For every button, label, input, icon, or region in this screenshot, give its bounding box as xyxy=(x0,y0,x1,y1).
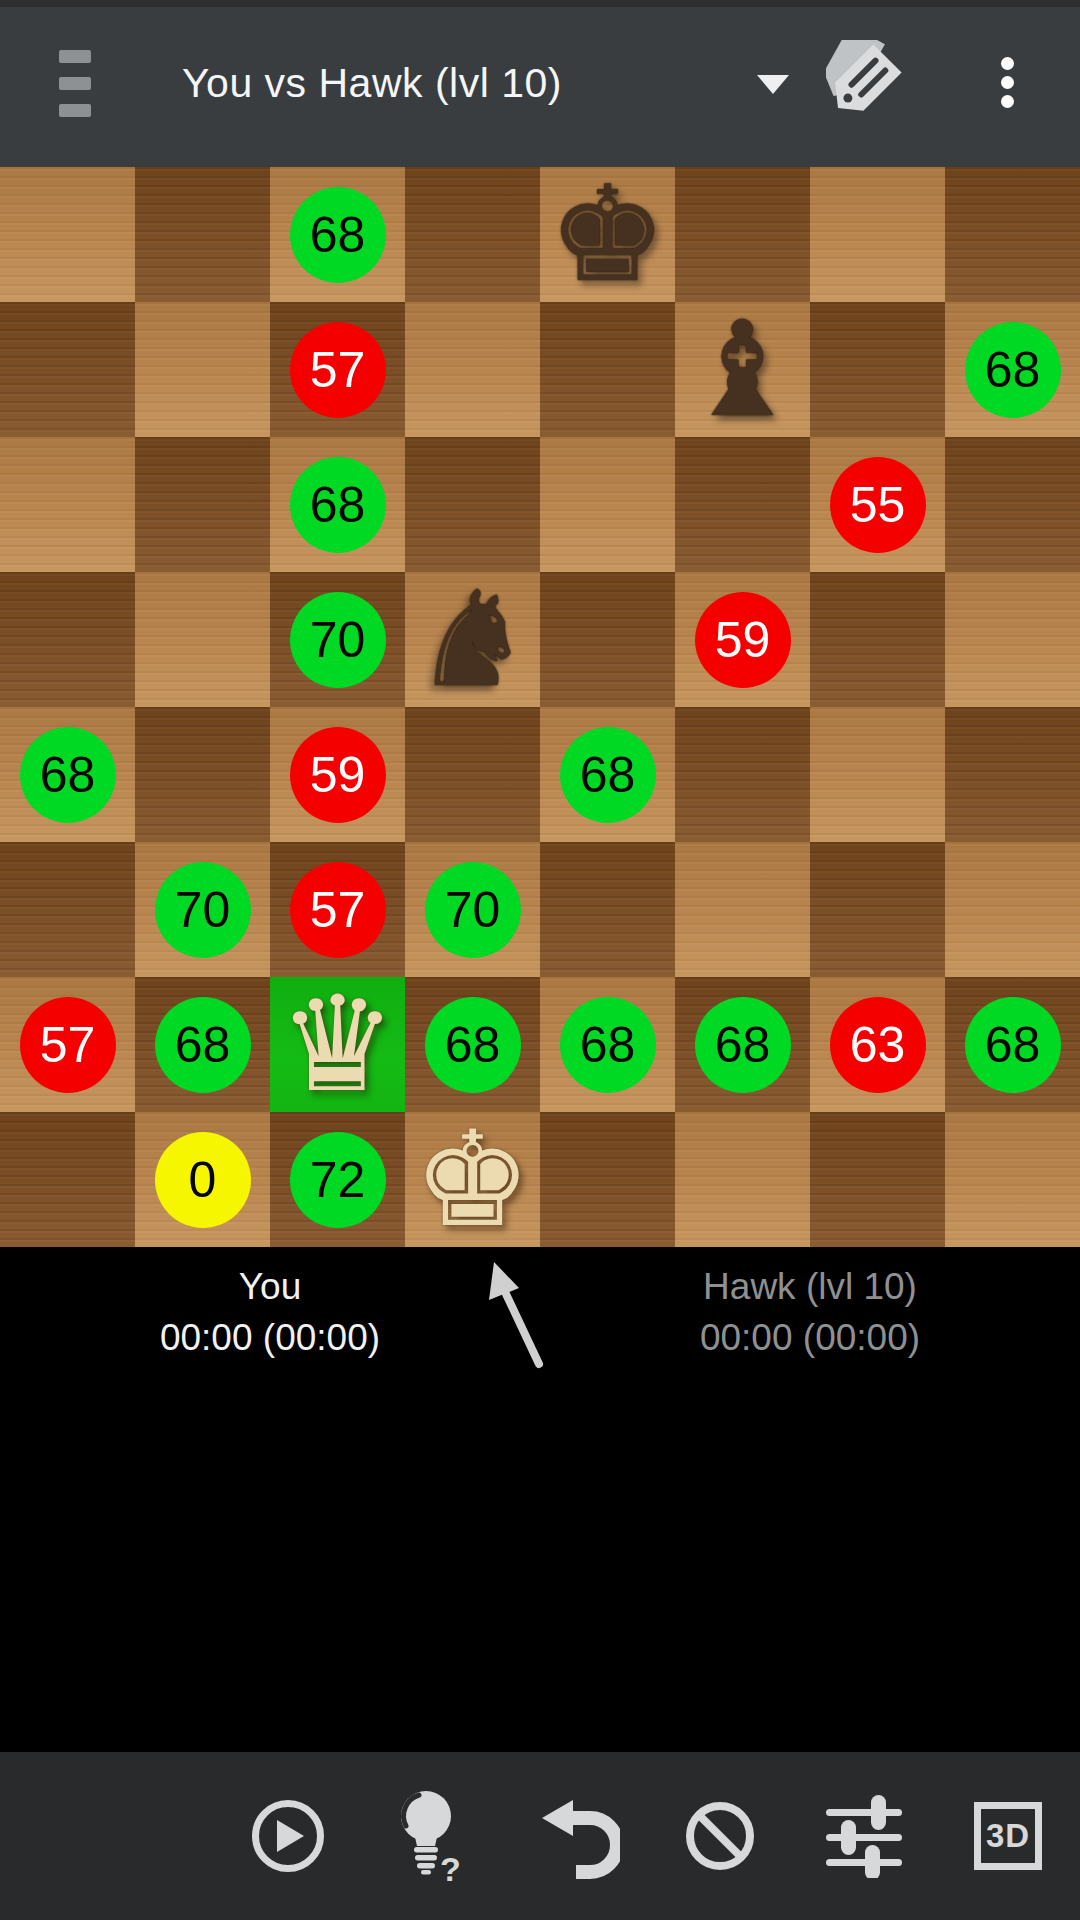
square-d4[interactable] xyxy=(405,707,540,842)
square-c1[interactable]: 72 xyxy=(270,1112,405,1247)
square-b1[interactable]: 0 xyxy=(135,1112,270,1247)
square-g8[interactable] xyxy=(810,167,945,302)
square-a5[interactable] xyxy=(0,572,135,707)
move-hint-f5[interactable]: 59 xyxy=(695,592,791,688)
threed-view-button[interactable]: 3D xyxy=(936,1752,1080,1920)
move-hint-c5[interactable]: 70 xyxy=(290,592,386,688)
move-hint-c8[interactable]: 68 xyxy=(290,187,386,283)
square-h6[interactable] xyxy=(945,437,1080,572)
square-a3[interactable] xyxy=(0,842,135,977)
square-f5[interactable]: 59 xyxy=(675,572,810,707)
move-hint-f2[interactable]: 68 xyxy=(695,997,791,1093)
square-b5[interactable] xyxy=(135,572,270,707)
square-c4[interactable]: 59 xyxy=(270,707,405,842)
square-d7[interactable] xyxy=(405,302,540,437)
square-g5[interactable] xyxy=(810,572,945,707)
move-hint-b2[interactable]: 68 xyxy=(155,997,251,1093)
square-e6[interactable] xyxy=(540,437,675,572)
square-c6[interactable]: 68 xyxy=(270,437,405,572)
square-a2[interactable]: 57 xyxy=(0,977,135,1112)
hint-bulb-icon: ? xyxy=(392,1786,472,1886)
black-player-clock: 00:00 (00:00) xyxy=(540,1312,1080,1363)
app-bar: You vs Hawk (lvl 10) xyxy=(0,0,1080,167)
black-player-name: Hawk (lvl 10) xyxy=(540,1261,1080,1312)
square-f1[interactable] xyxy=(675,1112,810,1247)
turn-arrow-icon xyxy=(448,1252,568,1381)
square-h4[interactable] xyxy=(945,707,1080,842)
piece-bK-e8[interactable]: ♚ xyxy=(540,167,675,302)
move-hint-h7[interactable]: 68 xyxy=(965,322,1061,418)
piece-wQ-c2[interactable]: ♛ xyxy=(270,977,405,1112)
square-h2[interactable]: 68 xyxy=(945,977,1080,1112)
undo-button[interactable] xyxy=(504,1752,648,1920)
square-d8[interactable] xyxy=(405,167,540,302)
hint-button[interactable]: ? xyxy=(360,1752,504,1920)
menu-icon[interactable] xyxy=(59,50,91,131)
square-b6[interactable] xyxy=(135,437,270,572)
play-icon xyxy=(252,1800,324,1872)
game-title[interactable]: You vs Hawk (lvl 10) xyxy=(182,0,562,167)
square-d6[interactable] xyxy=(405,437,540,572)
square-a6[interactable] xyxy=(0,437,135,572)
square-a7[interactable] xyxy=(0,302,135,437)
square-c2[interactable]: ♛ xyxy=(270,977,405,1112)
move-hint-d2[interactable]: 68 xyxy=(425,997,521,1093)
square-f2[interactable]: 68 xyxy=(675,977,810,1112)
square-d1[interactable]: ♚ xyxy=(405,1112,540,1247)
move-hint-h2[interactable]: 68 xyxy=(965,997,1061,1093)
square-a8[interactable] xyxy=(0,167,135,302)
svg-text:?: ? xyxy=(440,1850,461,1886)
move-hint-d3[interactable]: 70 xyxy=(425,862,521,958)
square-c7[interactable]: 57 xyxy=(270,302,405,437)
move-hint-b3[interactable]: 70 xyxy=(155,862,251,958)
move-hint-c6[interactable]: 68 xyxy=(290,457,386,553)
move-hint-g2[interactable]: 63 xyxy=(830,997,926,1093)
square-e5[interactable] xyxy=(540,572,675,707)
undo-icon xyxy=(532,1792,620,1880)
piece-bN-d5[interactable]: ♞ xyxy=(405,572,540,707)
adjust-button[interactable] xyxy=(792,1752,936,1920)
square-e3[interactable] xyxy=(540,842,675,977)
square-b7[interactable] xyxy=(135,302,270,437)
overflow-menu-icon[interactable] xyxy=(1001,57,1015,114)
square-g4[interactable] xyxy=(810,707,945,842)
square-d3[interactable]: 70 xyxy=(405,842,540,977)
square-b3[interactable]: 70 xyxy=(135,842,270,977)
square-h7[interactable]: 68 xyxy=(945,302,1080,437)
square-b4[interactable] xyxy=(135,707,270,842)
square-a1[interactable] xyxy=(0,1112,135,1247)
square-e2[interactable]: 68 xyxy=(540,977,675,1112)
square-e1[interactable] xyxy=(540,1112,675,1247)
move-hint-c3[interactable]: 57 xyxy=(290,862,386,958)
square-b8[interactable] xyxy=(135,167,270,302)
play-button[interactable] xyxy=(216,1752,360,1920)
square-g6[interactable]: 55 xyxy=(810,437,945,572)
square-c5[interactable]: 70 xyxy=(270,572,405,707)
chevron-down-icon[interactable] xyxy=(757,75,789,94)
square-e8[interactable]: ♚ xyxy=(540,167,675,302)
square-d2[interactable]: 68 xyxy=(405,977,540,1112)
square-f8[interactable] xyxy=(675,167,810,302)
square-b2[interactable]: 68 xyxy=(135,977,270,1112)
square-g2[interactable]: 63 xyxy=(810,977,945,1112)
move-hint-b1[interactable]: 0 xyxy=(155,1132,251,1228)
piece-bB-f7[interactable]: ♝ xyxy=(675,302,810,437)
sliders-icon xyxy=(822,1794,906,1878)
square-g3[interactable] xyxy=(810,842,945,977)
block-button[interactable] xyxy=(648,1752,792,1920)
square-g1[interactable] xyxy=(810,1112,945,1247)
bottom-toolbar: ? 3D xyxy=(0,1752,1080,1920)
block-icon xyxy=(678,1794,762,1878)
edit-tags-icon[interactable] xyxy=(826,40,910,124)
move-hint-c4[interactable]: 59 xyxy=(290,727,386,823)
square-h8[interactable] xyxy=(945,167,1080,302)
square-h3[interactable] xyxy=(945,842,1080,977)
piece-wK-d1[interactable]: ♚ xyxy=(405,1112,540,1247)
threed-icon: 3D xyxy=(974,1802,1042,1870)
move-hint-c1[interactable]: 72 xyxy=(290,1132,386,1228)
square-d5[interactable]: ♞ xyxy=(405,572,540,707)
square-g7[interactable] xyxy=(810,302,945,437)
square-e7[interactable] xyxy=(540,302,675,437)
square-e4[interactable]: 68 xyxy=(540,707,675,842)
player-black-panel: Hawk (lvl 10) 00:00 (00:00) xyxy=(540,1247,1080,1363)
game-info-panel: You 00:00 (00:00) Hawk (lvl 10) 00:00 (0… xyxy=(0,1247,1080,1752)
move-hint-e4[interactable]: 68 xyxy=(560,727,656,823)
square-c8[interactable]: 68 xyxy=(270,167,405,302)
square-h1[interactable] xyxy=(945,1112,1080,1247)
move-hint-g6[interactable]: 55 xyxy=(830,457,926,553)
square-f7[interactable]: ♝ xyxy=(675,302,810,437)
chess-board: 68♚57♝68685570♞596859687057705768♛686868… xyxy=(0,167,1080,1247)
move-hint-e2[interactable]: 68 xyxy=(560,997,656,1093)
square-a4[interactable]: 68 xyxy=(0,707,135,842)
move-hint-a2[interactable]: 57 xyxy=(20,997,116,1093)
square-f3[interactable] xyxy=(675,842,810,977)
square-h5[interactable] xyxy=(945,572,1080,707)
move-hint-a4[interactable]: 68 xyxy=(20,727,116,823)
square-c3[interactable]: 57 xyxy=(270,842,405,977)
move-hint-c7[interactable]: 57 xyxy=(290,322,386,418)
square-f6[interactable] xyxy=(675,437,810,572)
square-f4[interactable] xyxy=(675,707,810,842)
